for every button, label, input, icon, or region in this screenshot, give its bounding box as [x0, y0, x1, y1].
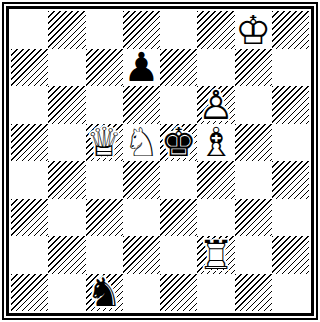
square-h1[interactable]: [272, 274, 309, 312]
square-h7[interactable]: [272, 49, 309, 87]
square-c2[interactable]: [86, 236, 123, 274]
square-g3[interactable]: [235, 199, 272, 237]
piece-white-knight[interactable]: ♘: [123, 124, 159, 162]
square-d6[interactable]: [123, 86, 160, 124]
square-f3[interactable]: [197, 199, 234, 237]
square-e7[interactable]: [160, 49, 197, 87]
square-e3[interactable]: [160, 199, 197, 237]
square-e1[interactable]: [160, 274, 197, 312]
square-b3[interactable]: [48, 199, 85, 237]
square-c5[interactable]: ♛♕: [86, 124, 123, 162]
square-b2[interactable]: [48, 236, 85, 274]
square-d8[interactable]: [123, 11, 160, 49]
square-h8[interactable]: [272, 11, 309, 49]
square-f8[interactable]: [197, 11, 234, 49]
square-c4[interactable]: [86, 161, 123, 199]
square-c7[interactable]: [86, 49, 123, 87]
square-a4[interactable]: [11, 161, 48, 199]
square-a6[interactable]: [11, 86, 48, 124]
square-f1[interactable]: [197, 274, 234, 312]
square-g8[interactable]: ♚♔: [235, 11, 272, 49]
square-a1[interactable]: [11, 274, 48, 312]
square-c6[interactable]: [86, 86, 123, 124]
square-f5[interactable]: ♝♗: [197, 124, 234, 162]
square-c8[interactable]: [86, 11, 123, 49]
square-h6[interactable]: [272, 86, 309, 124]
square-g7[interactable]: [235, 49, 272, 87]
square-a5[interactable]: [11, 124, 48, 162]
square-g5[interactable]: [235, 124, 272, 162]
square-g4[interactable]: [235, 161, 272, 199]
square-b1[interactable]: [48, 274, 85, 312]
square-b4[interactable]: [48, 161, 85, 199]
piece-white-king[interactable]: ♔: [235, 11, 271, 49]
chess-diagram: ♚♔♟♟♙♛♕♞♘♚♝♗♜♖♞: [0, 0, 320, 322]
square-e6[interactable]: [160, 86, 197, 124]
square-f6[interactable]: ♟♙: [197, 86, 234, 124]
square-f4[interactable]: [197, 161, 234, 199]
chess-board: ♚♔♟♟♙♛♕♞♘♚♝♗♜♖♞: [11, 11, 309, 311]
piece-black-pawn[interactable]: ♟: [123, 49, 159, 87]
square-f7[interactable]: [197, 49, 234, 87]
square-e4[interactable]: [160, 161, 197, 199]
square-a7[interactable]: [11, 49, 48, 87]
square-e2[interactable]: [160, 236, 197, 274]
square-a8[interactable]: [11, 11, 48, 49]
square-g2[interactable]: [235, 236, 272, 274]
square-a2[interactable]: [11, 236, 48, 274]
square-b7[interactable]: [48, 49, 85, 87]
piece-black-king[interactable]: ♚: [161, 124, 197, 162]
square-h5[interactable]: [272, 124, 309, 162]
square-a3[interactable]: [11, 199, 48, 237]
square-e8[interactable]: [160, 11, 197, 49]
square-g1[interactable]: [235, 274, 272, 312]
square-b8[interactable]: [48, 11, 85, 49]
piece-white-bishop[interactable]: ♗: [198, 124, 234, 162]
square-c1[interactable]: ♞: [86, 274, 123, 312]
square-b5[interactable]: [48, 124, 85, 162]
piece-white-pawn[interactable]: ♙: [198, 86, 234, 124]
piece-white-queen[interactable]: ♕: [86, 124, 122, 162]
square-h2[interactable]: [272, 236, 309, 274]
square-g6[interactable]: [235, 86, 272, 124]
piece-black-knight[interactable]: ♞: [86, 274, 122, 312]
piece-white-rook[interactable]: ♖: [198, 236, 234, 274]
square-h3[interactable]: [272, 199, 309, 237]
square-h4[interactable]: [272, 161, 309, 199]
square-c3[interactable]: [86, 199, 123, 237]
square-d5[interactable]: ♞♘: [123, 124, 160, 162]
square-b6[interactable]: [48, 86, 85, 124]
square-d7[interactable]: ♟: [123, 49, 160, 87]
square-d1[interactable]: [123, 274, 160, 312]
board-inner-border: ♚♔♟♟♙♛♕♞♘♚♝♗♜♖♞: [6, 6, 314, 316]
square-e5[interactable]: ♚: [160, 124, 197, 162]
square-f2[interactable]: ♜♖: [197, 236, 234, 274]
square-d2[interactable]: [123, 236, 160, 274]
square-d3[interactable]: [123, 199, 160, 237]
square-d4[interactable]: [123, 161, 160, 199]
board-outer-border: ♚♔♟♟♙♛♕♞♘♚♝♗♜♖♞: [2, 2, 318, 320]
